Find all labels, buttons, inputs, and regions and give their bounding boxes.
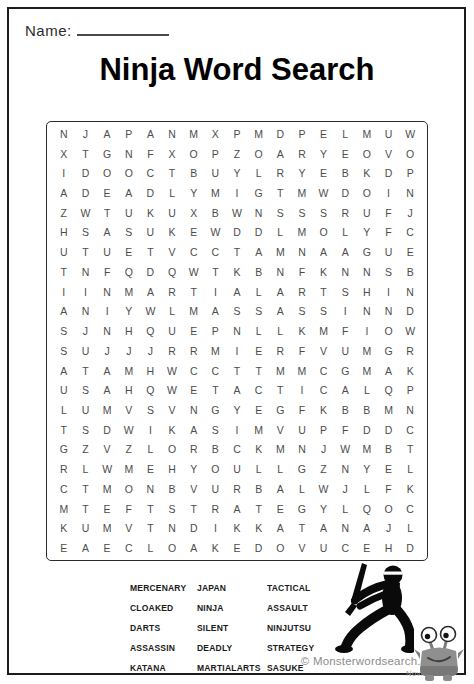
grid-cell: E	[53, 538, 75, 558]
grid-cell: R	[269, 163, 291, 183]
grid-cell: N	[140, 479, 162, 499]
grid-cell: U	[75, 341, 97, 361]
grid-cell: K	[313, 262, 335, 282]
grid-cell: X	[183, 203, 205, 223]
grid-cell: X	[205, 124, 227, 144]
grid-cell: F	[291, 341, 313, 361]
word-list-column-1: MERCENARYCLOAKEDDARTSASSASSINKATANA	[130, 578, 197, 678]
grid-cell: G	[205, 400, 227, 420]
grid-cell: D	[140, 183, 162, 203]
grid-cell: T	[75, 242, 97, 262]
grid-cell: N	[334, 262, 356, 282]
grid-cell: I	[53, 282, 75, 302]
grid-cell: Y	[183, 459, 205, 479]
grid-cell: E	[313, 163, 335, 183]
grid-cell: T	[183, 282, 205, 302]
grid-cell: L	[161, 183, 183, 203]
grid-cell: W	[313, 183, 335, 203]
grid-cell: L	[269, 459, 291, 479]
word-list-item: KATANA	[130, 658, 197, 678]
grid-cell: B	[356, 400, 378, 420]
grid-cell: R	[205, 499, 227, 519]
grid-cell: Z	[313, 459, 335, 479]
grid-cell: C	[313, 361, 335, 381]
grid-cell: T	[248, 361, 270, 381]
grid-cell: C	[183, 361, 205, 381]
grid-cell: B	[205, 440, 227, 460]
grid-cell: R	[399, 341, 421, 361]
grid-cell: D	[140, 262, 162, 282]
word-list-item: CLOAKED	[130, 598, 197, 618]
grid-cell: C	[248, 380, 270, 400]
grid-cell: Y	[226, 400, 248, 420]
grid-cell: A	[334, 242, 356, 262]
grid-cell: G	[291, 499, 313, 519]
grid-cell: Z	[118, 440, 140, 460]
grid-cell: C	[183, 242, 205, 262]
grid-cell: N	[399, 400, 421, 420]
grid-cell: F	[140, 144, 162, 164]
grid-cell: T	[53, 262, 75, 282]
name-underline	[77, 21, 169, 36]
grid-cell: T	[248, 499, 270, 519]
grid-cell: V	[291, 538, 313, 558]
grid-cell: I	[334, 302, 356, 322]
grid-cell: F	[291, 400, 313, 420]
grid-cell: W	[118, 420, 140, 440]
grid-cell: S	[75, 223, 97, 243]
grid-cell: P	[205, 144, 227, 164]
grid-cell: N	[291, 440, 313, 460]
grid-cell: R	[183, 440, 205, 460]
grid-cell: W	[205, 223, 227, 243]
grid-cell: D	[226, 223, 248, 243]
grid-cell: Y	[313, 499, 335, 519]
grid-cell: U	[161, 203, 183, 223]
grid-cell: F	[378, 203, 400, 223]
grid-cell: O	[356, 183, 378, 203]
ninja-silhouette-icon	[332, 560, 414, 654]
grid-cell: N	[183, 400, 205, 420]
grid-cell: K	[161, 420, 183, 440]
grid-cell: J	[75, 124, 97, 144]
grid-cell: F	[378, 223, 400, 243]
grid-cell: K	[140, 203, 162, 223]
grid-cell: J	[399, 203, 421, 223]
grid-cell: S	[313, 302, 335, 322]
grid-cell: L	[291, 479, 313, 499]
grid-cell: Y	[313, 144, 335, 164]
grid-cell: D	[269, 124, 291, 144]
grid-cell: L	[248, 163, 270, 183]
grid-cell: M	[118, 459, 140, 479]
grid-cell: S	[75, 420, 97, 440]
grid-cell: F	[378, 479, 400, 499]
grid-cell: S	[118, 223, 140, 243]
grid-cell: U	[291, 420, 313, 440]
grid-cell: E	[140, 459, 162, 479]
grid-cell: H	[356, 282, 378, 302]
grid-cell: B	[248, 262, 270, 282]
grid-cell: U	[96, 242, 118, 262]
grid-cell: O	[356, 144, 378, 164]
grid-cell: Q	[161, 262, 183, 282]
grid-cell: O	[118, 163, 140, 183]
grid-cell: F	[334, 420, 356, 440]
grid-cell: T	[313, 282, 335, 302]
grid-cell: S	[313, 203, 335, 223]
grid-cell: T	[96, 203, 118, 223]
grid-cell: E	[356, 538, 378, 558]
grid-cell: A	[118, 183, 140, 203]
grid-cell: M	[205, 341, 227, 361]
grid-cell: M	[205, 183, 227, 203]
grid-cell: W	[161, 380, 183, 400]
grid-cell: P	[313, 420, 335, 440]
grid-cell: C	[205, 361, 227, 381]
monster-mascot-icon	[412, 609, 466, 683]
grid-cell: D	[356, 420, 378, 440]
grid-cell: I	[205, 519, 227, 539]
grid-cell: V	[183, 479, 205, 499]
grid-cell: K	[226, 262, 248, 282]
grid-cell: L	[53, 400, 75, 420]
grid-cell: Z	[226, 144, 248, 164]
grid-cell: V	[161, 242, 183, 262]
grid-cell: N	[96, 321, 118, 341]
grid-cell: S	[53, 341, 75, 361]
grid-cell: I	[291, 380, 313, 400]
grid-cell: A	[226, 499, 248, 519]
grid-cell: N	[226, 321, 248, 341]
grid-cell: U	[161, 321, 183, 341]
grid-cell: T	[291, 519, 313, 539]
grid-cell: B	[183, 163, 205, 183]
grid-cell: C	[399, 223, 421, 243]
grid-cell: S	[226, 302, 248, 322]
grid-cell: C	[399, 420, 421, 440]
grid-cell: V	[118, 400, 140, 420]
grid-cell: A	[53, 302, 75, 322]
grid-cell: P	[399, 163, 421, 183]
grid-cell: C	[313, 380, 335, 400]
grid-cell: I	[226, 183, 248, 203]
grid-cell: A	[334, 380, 356, 400]
grid-cell: T	[399, 440, 421, 460]
grid-cell: K	[399, 361, 421, 381]
grid-cell: Y	[226, 163, 248, 183]
grid-cell: U	[53, 380, 75, 400]
grid-cell: L	[248, 282, 270, 302]
grid-cell: A	[96, 361, 118, 381]
grid-cell: T	[205, 262, 227, 282]
grid-cell: G	[96, 144, 118, 164]
word-list-item: SILENT	[197, 618, 267, 638]
grid-cell: S	[75, 380, 97, 400]
grid-cell: U	[378, 124, 400, 144]
grid-cell: T	[75, 479, 97, 499]
grid-cell: V	[269, 420, 291, 440]
grid-cell: O	[118, 479, 140, 499]
grid-cell: L	[248, 459, 270, 479]
grid-cell: T	[75, 144, 97, 164]
grid-cell: M	[183, 302, 205, 322]
grid-cell: R	[161, 282, 183, 302]
grid-cell: P	[118, 124, 140, 144]
word-list-item: DEADLY	[197, 638, 267, 658]
grid-cell: D	[183, 519, 205, 539]
grid-cell: A	[140, 282, 162, 302]
grid-cell: U	[118, 203, 140, 223]
grid-cell: H	[118, 380, 140, 400]
grid-cell: A	[313, 242, 335, 262]
grid-cell: A	[313, 519, 335, 539]
grid-cell: G	[291, 459, 313, 479]
grid-cell: T	[269, 380, 291, 400]
grid-cell: L	[356, 380, 378, 400]
grid-cell: Q	[118, 262, 140, 282]
grid-cell: T	[226, 361, 248, 381]
grid-cell: E	[96, 538, 118, 558]
grid-cell: N	[399, 183, 421, 203]
grid-cell: O	[96, 163, 118, 183]
grid-cell: J	[334, 479, 356, 499]
grid-cell: N	[75, 302, 97, 322]
word-list-item: NINJA	[197, 598, 267, 618]
grid-cell: I	[378, 183, 400, 203]
grid-cell: D	[75, 183, 97, 203]
grid-cell: T	[140, 242, 162, 262]
grid-cell: P	[205, 321, 227, 341]
grid-cell: C	[334, 538, 356, 558]
grid-cell: A	[53, 361, 75, 381]
grid-cell: A	[356, 519, 378, 539]
grid-cell: A	[269, 144, 291, 164]
grid-cell: T	[161, 163, 183, 183]
grid-cell: O	[399, 144, 421, 164]
grid-cell: W	[226, 203, 248, 223]
grid-cell: T	[140, 519, 162, 539]
grid-cell: B	[399, 262, 421, 282]
grid-cell: Y	[291, 163, 313, 183]
grid-cell: T	[183, 499, 205, 519]
grid-cell: N	[334, 519, 356, 539]
grid-cell: M	[378, 400, 400, 420]
grid-cell: F	[118, 499, 140, 519]
grid-cell: A	[378, 361, 400, 381]
grid-cell: M	[118, 361, 140, 381]
grid-cell: Q	[140, 380, 162, 400]
grid-cell: I	[226, 341, 248, 361]
grid-cell: R	[291, 282, 313, 302]
grid-cell: A	[75, 538, 97, 558]
grid-cell: L	[140, 440, 162, 460]
grid-cell: M	[96, 400, 118, 420]
grid-cell: O	[313, 223, 335, 243]
grid-cell: Y	[183, 183, 205, 203]
grid-cell: U	[75, 519, 97, 539]
grid-cell: O	[378, 321, 400, 341]
grid-cell: E	[96, 183, 118, 203]
grid-cell: L	[399, 519, 421, 539]
grid-cell: C	[205, 242, 227, 262]
grid-cell: M	[291, 183, 313, 203]
grid-cell: P	[399, 380, 421, 400]
grid-cell: L	[334, 124, 356, 144]
grid-cell: U	[53, 242, 75, 262]
word-list-item: MARTIALARTS	[197, 658, 267, 678]
grid-cell: A	[226, 282, 248, 302]
grid-cell: Z	[53, 203, 75, 223]
grid-cell: O	[248, 144, 270, 164]
grid-cell: N	[291, 242, 313, 262]
grid-cell: K	[291, 321, 313, 341]
grid-cell: K	[226, 519, 248, 539]
grid-cell: S	[140, 400, 162, 420]
grid-cell: V	[313, 341, 335, 361]
grid-cell: Z	[75, 440, 97, 460]
grid-cell: S	[161, 499, 183, 519]
grid-cell: N	[53, 124, 75, 144]
grid-cell: J	[378, 519, 400, 539]
grid-cell: C	[118, 538, 140, 558]
grid-cell: I	[140, 420, 162, 440]
grid-cell: H	[161, 459, 183, 479]
grid-cell: A	[96, 223, 118, 243]
grid-cell: G	[356, 242, 378, 262]
grid-cell: A	[269, 302, 291, 322]
grid-cell: E	[96, 499, 118, 519]
grid-cell: A	[53, 183, 75, 203]
grid-cell: J	[313, 440, 335, 460]
grid-cell: O	[161, 440, 183, 460]
grid-cell: L	[161, 302, 183, 322]
worksheet-page: Name: Ninja Word Search NJAPANMXPMDPELMU…	[0, 0, 474, 684]
grid-cell: M	[291, 223, 313, 243]
grid-cell: A	[248, 242, 270, 262]
grid-cell: K	[399, 479, 421, 499]
grid-cell: D	[248, 223, 270, 243]
grid-cell: M	[356, 124, 378, 144]
grid-cell: X	[53, 144, 75, 164]
grid-cell: J	[75, 321, 97, 341]
grid-cell: T	[205, 380, 227, 400]
grid-cell: K	[313, 400, 335, 420]
grid-cell: G	[53, 440, 75, 460]
grid-cell: E	[313, 124, 335, 144]
grid-cell: D	[378, 163, 400, 183]
grid-cell: K	[205, 538, 227, 558]
grid-cell: W	[183, 262, 205, 282]
grid-cell: U	[75, 400, 97, 420]
grid-cell: M	[356, 361, 378, 381]
grid-cell: G	[378, 341, 400, 361]
grid-cell: N	[161, 519, 183, 539]
word-list-column-2: JAPANNINJASILENTDEADLYMARTIALARTS	[197, 578, 267, 678]
grid-cell: N	[118, 144, 140, 164]
grid-cell: B	[248, 479, 270, 499]
grid-cell: F	[96, 262, 118, 282]
grid-cell: D	[334, 183, 356, 203]
grid-cell: S	[53, 321, 75, 341]
grid-cell: Y	[356, 223, 378, 243]
grid-cell: M	[96, 479, 118, 499]
grid-cell: N	[75, 262, 97, 282]
grid-cell: E	[118, 242, 140, 262]
grid-cell: G	[269, 400, 291, 420]
grid-cell: N	[356, 302, 378, 322]
grid-cell: S	[334, 282, 356, 302]
grid-cell: L	[269, 223, 291, 243]
grid-cell: U	[140, 223, 162, 243]
grid-cell: D	[75, 163, 97, 183]
grid-cell: R	[183, 341, 205, 361]
grid-cell: I	[378, 282, 400, 302]
grid-cell: M	[269, 361, 291, 381]
grid-cell: T	[53, 420, 75, 440]
word-list-item: JAPAN	[197, 578, 267, 598]
grid-cell: L	[140, 538, 162, 558]
grid-cell: A	[183, 420, 205, 440]
grid-cell: N	[248, 203, 270, 223]
grid-cell: J	[140, 341, 162, 361]
grid-cell: N	[356, 262, 378, 282]
grid-cell: B	[378, 440, 400, 460]
grid-cell: A	[269, 282, 291, 302]
ninja-eyes	[384, 572, 403, 575]
grid-cell: E	[334, 144, 356, 164]
grid-cell: O	[161, 538, 183, 558]
grid-cell: K	[356, 163, 378, 183]
grid-cell: D	[399, 538, 421, 558]
grid-cell: G	[248, 183, 270, 203]
grid-cell: O	[183, 144, 205, 164]
grid-cell: P	[291, 124, 313, 144]
grid-cell: T	[140, 499, 162, 519]
grid-cell: X	[161, 144, 183, 164]
grid-cell: R	[291, 144, 313, 164]
grid-cell: H	[118, 321, 140, 341]
grid-cell: V	[378, 144, 400, 164]
word-list-item: DARTS	[130, 618, 197, 638]
grid-cell: A	[140, 124, 162, 144]
grid-cell: K	[248, 440, 270, 460]
grid-cell: S	[248, 302, 270, 322]
grid-cell: W	[140, 302, 162, 322]
grid-cell: V	[118, 519, 140, 539]
grid-cell: S	[291, 302, 313, 322]
grid-cell: L	[334, 499, 356, 519]
grid-cell: K	[161, 223, 183, 243]
grid-cell: P	[226, 124, 248, 144]
grid-cell: U	[205, 163, 227, 183]
grid-cell: E	[248, 341, 270, 361]
grid-cell: A	[96, 124, 118, 144]
grid-cell: L	[356, 479, 378, 499]
grid-cell: A	[96, 380, 118, 400]
grid-cell: N	[161, 124, 183, 144]
grid-cell: Y	[356, 459, 378, 479]
grid-cell: L	[399, 459, 421, 479]
grid-cell: Q	[378, 380, 400, 400]
page-title: Ninja Word Search	[0, 52, 474, 88]
grid-cell: D	[248, 538, 270, 558]
grid-cell: C	[399, 499, 421, 519]
grid-cell: S	[291, 203, 313, 223]
grid-cell: S	[205, 420, 227, 440]
grid-cell: I	[53, 163, 75, 183]
word-search-grid: NJAPANMXPMDPELMUWXTGNFXOPZOARYEOVOIDOOCT…	[46, 121, 428, 561]
